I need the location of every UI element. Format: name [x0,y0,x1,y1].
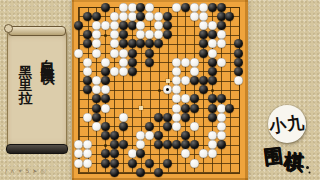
black-stone [119,21,128,30]
black-stone [136,168,145,177]
white-stone [101,21,110,30]
white-stone [83,58,92,67]
white-stone [208,140,217,149]
black-stone [110,168,119,177]
black-stone [234,49,243,58]
black-stone [101,67,110,76]
black-stone [101,76,110,85]
white-stone [172,122,181,131]
black-stone [225,104,234,113]
white-stone [110,21,119,30]
black-stone [92,104,101,113]
white-stone [217,122,226,131]
white-stone [101,58,110,67]
white-stone [119,67,128,76]
white-stone [234,76,243,85]
black-stone [163,113,172,122]
white-stone [217,131,226,140]
logo-circle: 小九 [268,105,306,143]
black-stone [181,104,190,113]
white-stone [172,113,181,122]
white-stone [74,159,83,168]
white-stone [83,113,92,122]
black-stone [217,140,226,149]
white-stone [172,58,181,67]
white-stone [208,149,217,158]
black-stone [208,3,217,12]
logo-seal-dots-icon [306,166,309,169]
white-stone [110,67,119,76]
black-stone [119,140,128,149]
white-stone [217,30,226,39]
black-stone [145,159,154,168]
black-stone [208,113,217,122]
black-stone [199,76,208,85]
white-stone [128,149,137,158]
black-stone [154,113,163,122]
black-stone [101,131,110,140]
white-stone [217,104,226,113]
black-stone [163,12,172,21]
white-stone [217,39,226,48]
black-stone [83,12,92,21]
star-point [211,89,214,92]
white-stone [190,67,199,76]
black-stone [181,131,190,140]
black-stone [234,58,243,67]
white-stone [110,30,119,39]
black-stone [101,159,110,168]
black-stone [101,122,110,131]
black-stone [163,159,172,168]
logo-title-chars: 小九 [268,110,307,138]
black-stone [190,140,199,149]
white-stone [92,122,101,131]
black-stone [208,94,217,103]
white-stone [199,3,208,12]
scroll-top-roll [8,26,66,36]
black-stone [110,159,119,168]
white-stone [181,58,190,67]
white-stone [208,49,217,58]
white-stone [119,12,128,21]
black-stone [128,58,137,67]
black-stone [190,104,199,113]
scroll-bottom-roll [6,144,68,154]
white-stone [199,12,208,21]
white-stone [208,131,217,140]
logo-subtitle-chars: 围 棋 [260,142,316,178]
white-stone [190,122,199,131]
hint-square-marker [166,79,170,83]
scroll-curl-icon [4,24,13,33]
logo-sub-char-1: 围 [262,143,284,171]
black-stone [208,30,217,39]
black-stone [101,3,110,12]
white-stone [190,159,199,168]
black-stone [234,67,243,76]
black-stone [119,122,128,131]
player-scroll: 白星阵围棋 黑里拉 [6,26,68,154]
black-stone [208,67,217,76]
black-stone [163,122,172,131]
white-stone [92,76,101,85]
white-stone [181,76,190,85]
white-stone [74,49,83,58]
white-stone [119,3,128,12]
black-stone [119,30,128,39]
black-stone [217,94,226,103]
white-stone [119,49,128,58]
white-stone [190,12,199,21]
white-stone [172,67,181,76]
thumbnail-stage: 白星阵围棋 黑里拉 小九 围 棋 ∕∧✦5➤◎ [0,0,320,180]
scroll-text-black-player: 黑里拉 [17,54,35,93]
white-stone [119,58,128,67]
star-point [158,89,161,92]
white-stone [128,12,137,21]
white-stone [172,104,181,113]
black-stone [128,39,137,48]
white-stone [92,49,101,58]
white-stone [172,3,181,12]
black-stone [217,21,226,30]
channel-logo: 小九 围 棋 [258,102,320,180]
black-stone [154,168,163,177]
black-stone [128,21,137,30]
black-stone [199,85,208,94]
black-stone [208,76,217,85]
white-stone [208,21,217,30]
white-stone [83,159,92,168]
black-stone [181,3,190,12]
white-stone [190,58,199,67]
black-stone [92,12,101,21]
white-stone [101,104,110,113]
black-stone [128,49,137,58]
go-board[interactable] [72,0,248,180]
white-stone [83,67,92,76]
black-stone [181,113,190,122]
black-stone [208,58,217,67]
white-stone [110,49,119,58]
black-stone [110,140,119,149]
black-stone [217,12,226,21]
white-stone [217,113,226,122]
white-stone [199,21,208,30]
watermark-tools: ∕∧✦5➤◎ [5,167,49,174]
logo-sub-char-2: 棋 [283,148,305,177]
scroll-text-white-player: 白星阵围棋 [39,48,57,63]
black-stone [217,3,226,12]
black-stone [128,67,137,76]
black-stone [190,76,199,85]
white-stone [190,3,199,12]
scroll-parchment [7,30,67,150]
white-stone [217,58,226,67]
black-stone [110,131,119,140]
black-stone [199,30,208,39]
black-stone [208,104,217,113]
black-stone [145,49,154,58]
white-stone [128,3,137,12]
black-stone [92,113,101,122]
white-stone [119,113,128,122]
black-stone [234,39,243,48]
black-stone [128,159,137,168]
hint-square-marker [139,106,143,110]
white-stone [110,12,119,21]
black-stone [199,49,208,58]
